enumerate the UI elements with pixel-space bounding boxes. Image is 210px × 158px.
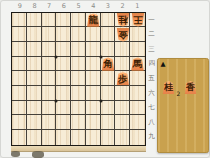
rank-label-9: 九 <box>148 130 156 145</box>
file-label-5: 5 <box>71 2 86 10</box>
rank-label-2: 二 <box>148 28 156 43</box>
shogi-diagram: 987654321 龍桂王金角馬歩 一二三四五六七八九 ▲ 桂2香 <box>0 0 210 158</box>
file-label-3: 3 <box>101 2 116 10</box>
file-label-4: 4 <box>86 2 101 10</box>
rank-label-6: 六 <box>148 86 156 101</box>
piece-knight-gote[interactable]: 桂 <box>116 13 129 26</box>
board-foot <box>32 151 44 158</box>
board-foot <box>11 151 20 157</box>
rank-label-4: 四 <box>148 57 156 72</box>
star-point <box>99 55 102 58</box>
file-label-9: 9 <box>13 2 28 10</box>
shogi-board[interactable]: 龍桂王金角馬歩 <box>11 12 146 146</box>
file-labels: 987654321 <box>13 2 145 10</box>
file-label-1: 1 <box>130 2 145 10</box>
komadai-hand-stand: ▲ 桂2香 <box>157 58 209 153</box>
file-label-2: 2 <box>115 2 130 10</box>
piece-horse-sente[interactable]: 馬 <box>131 57 144 70</box>
rank-label-1: 一 <box>148 13 156 28</box>
hand-piece-lance[interactable]: 香 <box>185 81 197 94</box>
piece-bishop-sente[interactable]: 角 <box>102 57 115 70</box>
rank-label-7: 七 <box>148 100 156 115</box>
star-point <box>55 55 58 58</box>
star-point <box>55 99 58 102</box>
star-point <box>99 99 102 102</box>
rank-label-3: 三 <box>148 42 156 57</box>
rank-label-5: 五 <box>148 71 156 86</box>
file-label-8: 8 <box>27 2 42 10</box>
file-label-6: 6 <box>57 2 72 10</box>
hand-piece-count-knight: 2 <box>177 90 181 97</box>
piece-dragon-sente[interactable]: 龍 <box>87 13 100 26</box>
hand-piece-knight[interactable]: 桂 <box>163 81 175 94</box>
piece-king-gote[interactable]: 王 <box>131 13 144 26</box>
rank-label-8: 八 <box>148 115 156 130</box>
piece-pawn-sente[interactable]: 歩 <box>116 72 129 85</box>
file-label-7: 7 <box>42 2 57 10</box>
sente-to-move-marker: ▲ <box>161 61 166 68</box>
piece-layer: 龍桂王金角馬歩 <box>12 13 145 145</box>
board-side-edge <box>11 146 146 152</box>
piece-gold-gote[interactable]: 金 <box>116 28 129 41</box>
rank-labels: 一二三四五六七八九 <box>148 13 156 144</box>
